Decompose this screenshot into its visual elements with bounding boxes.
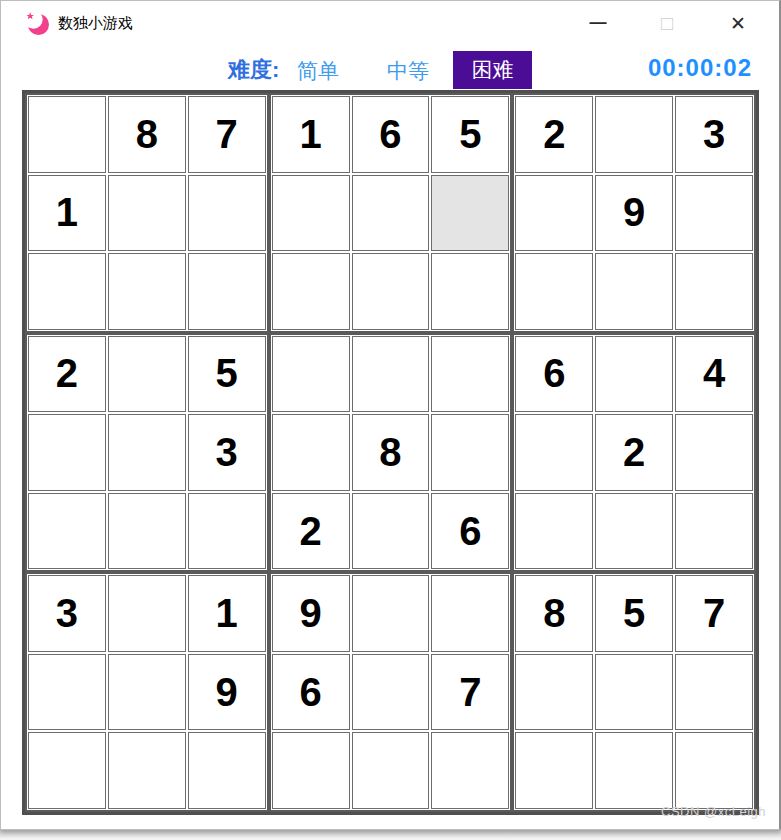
cell-r9c9[interactable] <box>675 732 753 809</box>
cell-r9c2[interactable] <box>108 732 186 809</box>
game-timer: 00:00:02 <box>648 54 752 82</box>
cell-r7c4: 9 <box>272 575 350 652</box>
cell-r1c6: 5 <box>431 96 509 173</box>
cell-r6c9[interactable] <box>675 493 753 570</box>
cell-r6c1[interactable] <box>28 493 106 570</box>
cell-r2c9[interactable] <box>675 175 753 252</box>
cell-r4c3: 5 <box>188 336 266 413</box>
cell-r2c5[interactable] <box>352 175 430 252</box>
cell-r1c1[interactable] <box>28 96 106 173</box>
sudoku-block-3: 239 <box>512 93 756 333</box>
cell-r8c6: 7 <box>431 654 509 731</box>
cell-r6c3[interactable] <box>188 493 266 570</box>
difficulty-option-hard[interactable]: 困难 <box>453 51 532 89</box>
cell-r4c5[interactable] <box>352 336 430 413</box>
cell-r9c8[interactable] <box>595 732 673 809</box>
cell-r3c8[interactable] <box>595 253 673 330</box>
cell-r9c3[interactable] <box>188 732 266 809</box>
cell-r2c7[interactable] <box>515 175 593 252</box>
cell-r2c6[interactable] <box>431 175 509 252</box>
cell-r7c2[interactable] <box>108 575 186 652</box>
cell-r2c1: 1 <box>28 175 106 252</box>
cell-r3c6[interactable] <box>431 253 509 330</box>
cell-r3c3[interactable] <box>188 253 266 330</box>
sudoku-board: 871165239253826642319967857 <box>22 90 759 815</box>
sudoku-block-6: 642 <box>512 333 756 573</box>
cell-r3c7[interactable] <box>515 253 593 330</box>
cell-r3c5[interactable] <box>352 253 430 330</box>
cell-r6c6: 6 <box>431 493 509 570</box>
cell-r6c5[interactable] <box>352 493 430 570</box>
cell-r5c1[interactable] <box>28 414 106 491</box>
cell-r2c2[interactable] <box>108 175 186 252</box>
cell-r8c5[interactable] <box>352 654 430 731</box>
difficulty-toolbar: 难度: 简单 中等 困难 00:00:02 <box>1 45 779 91</box>
cell-r7c9: 7 <box>675 575 753 652</box>
crescent-moon-star-icon <box>24 10 50 36</box>
cell-r9c4[interactable] <box>272 732 350 809</box>
difficulty-option-easy[interactable]: 简单 <box>295 57 341 85</box>
cell-r5c8: 2 <box>595 414 673 491</box>
difficulty-option-medium[interactable]: 中等 <box>385 57 431 85</box>
cell-r3c1[interactable] <box>28 253 106 330</box>
cell-r7c8: 5 <box>595 575 673 652</box>
cell-r7c3: 1 <box>188 575 266 652</box>
sudoku-block-7: 319 <box>25 572 269 812</box>
cell-r4c1: 2 <box>28 336 106 413</box>
cell-r1c9: 3 <box>675 96 753 173</box>
cell-r9c5[interactable] <box>352 732 430 809</box>
cell-r2c3[interactable] <box>188 175 266 252</box>
cell-r6c4: 2 <box>272 493 350 570</box>
window-bottom-shadow <box>0 829 781 840</box>
cell-r6c8[interactable] <box>595 493 673 570</box>
cell-r1c2: 8 <box>108 96 186 173</box>
sudoku-block-5: 826 <box>269 333 513 573</box>
cell-r8c7[interactable] <box>515 654 593 731</box>
cell-r5c9[interactable] <box>675 414 753 491</box>
cell-r8c9[interactable] <box>675 654 753 731</box>
cell-r3c2[interactable] <box>108 253 186 330</box>
cell-r5c5: 8 <box>352 414 430 491</box>
window-title: 数独小游戏 <box>58 14 133 33</box>
minimize-button[interactable]: — <box>583 9 613 37</box>
cell-r2c4[interactable] <box>272 175 350 252</box>
close-button[interactable]: ✕ <box>723 9 753 37</box>
cell-r7c5[interactable] <box>352 575 430 652</box>
cell-r5c7[interactable] <box>515 414 593 491</box>
sudoku-block-9: 857 <box>512 572 756 812</box>
title-bar[interactable]: 数独小游戏 — □ ✕ <box>1 1 779 45</box>
cell-r4c9: 4 <box>675 336 753 413</box>
sudoku-block-2: 165 <box>269 93 513 333</box>
sudoku-block-1: 871 <box>25 93 269 333</box>
cell-r8c8[interactable] <box>595 654 673 731</box>
cell-r8c4: 6 <box>272 654 350 731</box>
sudoku-block-8: 967 <box>269 572 513 812</box>
cell-r8c1[interactable] <box>28 654 106 731</box>
cell-r8c2[interactable] <box>108 654 186 731</box>
cell-r5c3: 3 <box>188 414 266 491</box>
cell-r7c1: 3 <box>28 575 106 652</box>
app-window: 数独小游戏 — □ ✕ 难度: 简单 中等 困难 00:00:02 871165… <box>0 0 781 830</box>
cell-r1c7: 2 <box>515 96 593 173</box>
watermark-text: CSDN @xcLeigh <box>661 804 766 819</box>
cell-r9c6[interactable] <box>431 732 509 809</box>
cell-r1c5: 6 <box>352 96 430 173</box>
cell-r4c4[interactable] <box>272 336 350 413</box>
cell-r4c2[interactable] <box>108 336 186 413</box>
cell-r5c4[interactable] <box>272 414 350 491</box>
cell-r5c2[interactable] <box>108 414 186 491</box>
cell-r4c8[interactable] <box>595 336 673 413</box>
sudoku-block-4: 253 <box>25 333 269 573</box>
cell-r1c8[interactable] <box>595 96 673 173</box>
cell-r2c8: 9 <box>595 175 673 252</box>
cell-r1c4: 1 <box>272 96 350 173</box>
cell-r3c4[interactable] <box>272 253 350 330</box>
cell-r6c2[interactable] <box>108 493 186 570</box>
cell-r4c7: 6 <box>515 336 593 413</box>
cell-r7c7: 8 <box>515 575 593 652</box>
difficulty-label: 难度: <box>228 55 279 85</box>
cell-r3c9[interactable] <box>675 253 753 330</box>
cell-r6c7[interactable] <box>515 493 593 570</box>
cell-r8c3: 9 <box>188 654 266 731</box>
cell-r9c7[interactable] <box>515 732 593 809</box>
cell-r7c6[interactable] <box>431 575 509 652</box>
cell-r4c6[interactable] <box>431 336 509 413</box>
cell-r5c6[interactable] <box>431 414 509 491</box>
maximize-button[interactable]: □ <box>652 9 682 37</box>
cell-r1c3: 7 <box>188 96 266 173</box>
cell-r9c1[interactable] <box>28 732 106 809</box>
